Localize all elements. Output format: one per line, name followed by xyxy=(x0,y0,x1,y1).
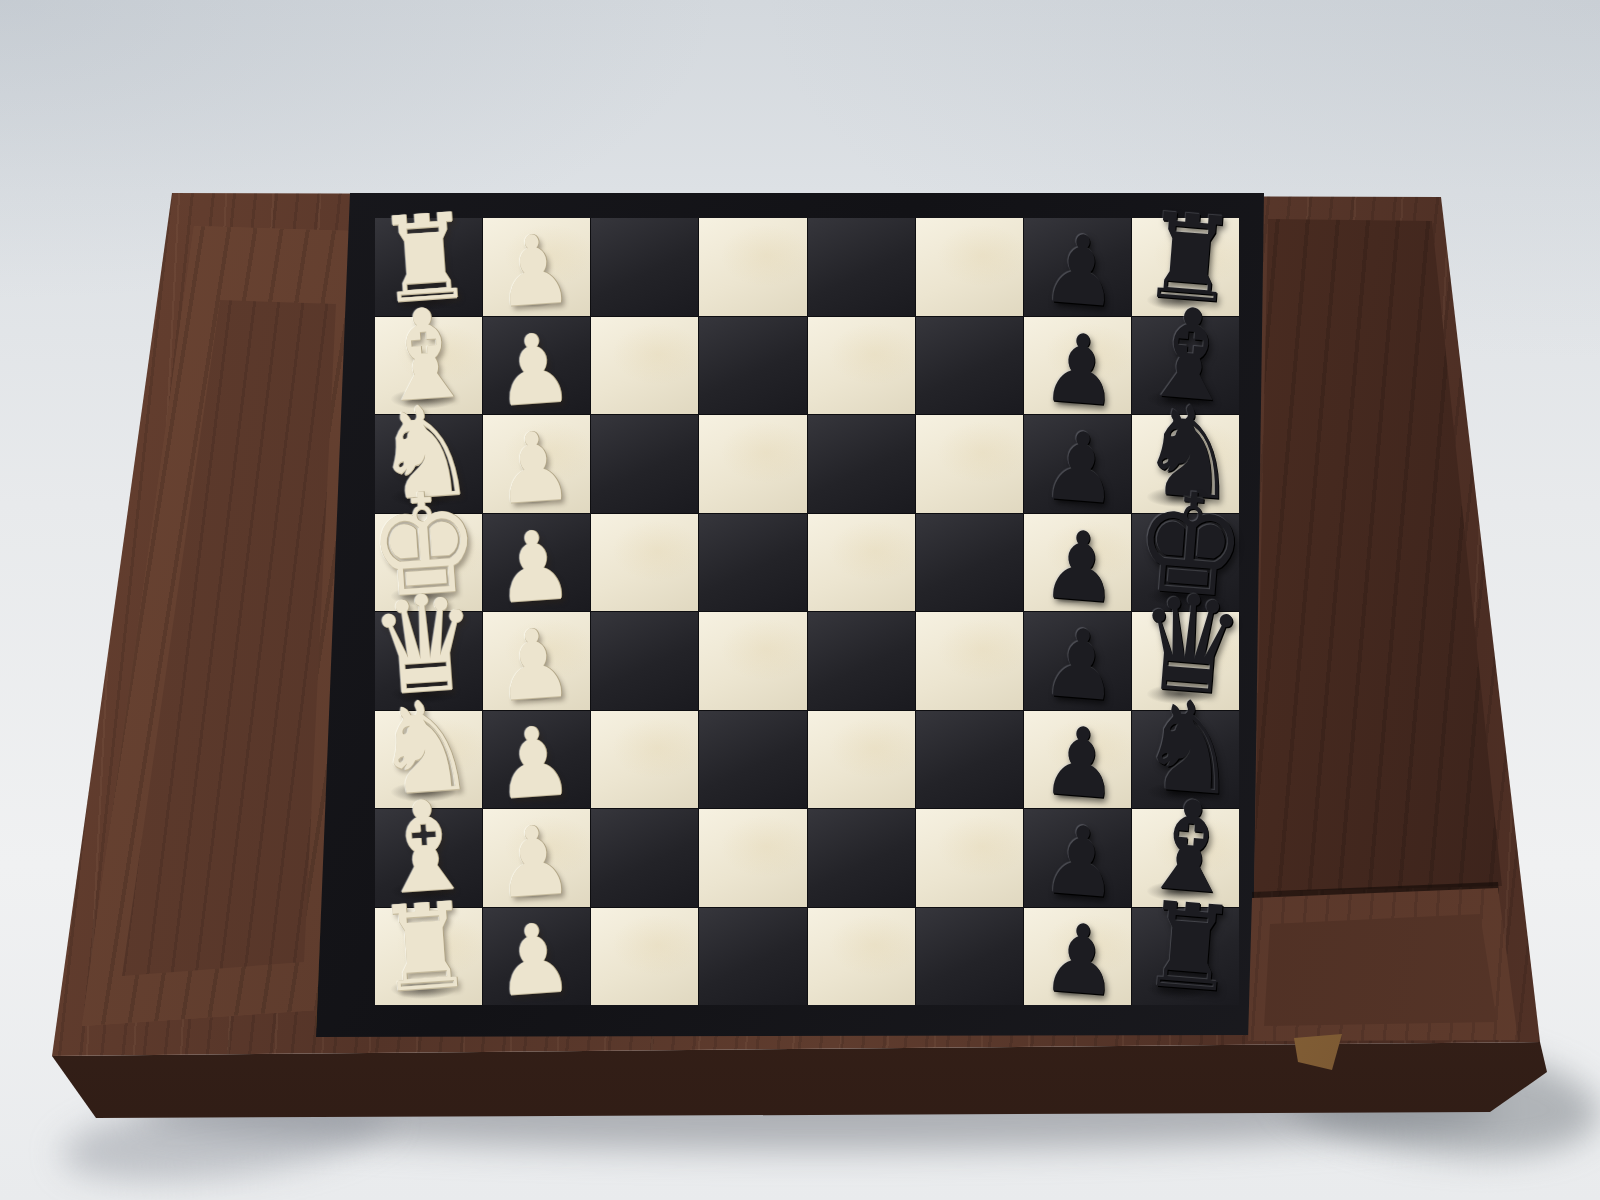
square-r6c5[interactable] xyxy=(808,711,915,809)
square-r8c1[interactable] xyxy=(375,908,482,1006)
square-r2c3[interactable] xyxy=(591,317,698,415)
square-r8c4[interactable] xyxy=(699,908,806,1006)
square-r3c4[interactable] xyxy=(699,415,806,513)
square-r8c5[interactable] xyxy=(808,908,915,1006)
square-r4c2[interactable] xyxy=(483,514,590,612)
square-r7c4[interactable] xyxy=(699,809,806,907)
square-r6c1[interactable] xyxy=(375,711,482,809)
square-r2c1[interactable] xyxy=(375,317,482,415)
square-r8c6[interactable] xyxy=(916,908,1023,1006)
square-r8c3[interactable] xyxy=(591,908,698,1006)
square-r8c7[interactable] xyxy=(1024,908,1131,1006)
square-r6c8[interactable] xyxy=(1132,711,1239,809)
square-r5c6[interactable] xyxy=(916,612,1023,710)
square-r7c6[interactable] xyxy=(916,809,1023,907)
square-r6c7[interactable] xyxy=(1024,711,1131,809)
square-r3c6[interactable] xyxy=(916,415,1023,513)
square-r4c8[interactable] xyxy=(1132,514,1239,612)
square-r5c1[interactable] xyxy=(375,612,482,710)
square-r4c6[interactable] xyxy=(916,514,1023,612)
square-r5c4[interactable] xyxy=(699,612,806,710)
square-r3c5[interactable] xyxy=(808,415,915,513)
square-r2c8[interactable] xyxy=(1132,317,1239,415)
square-r7c7[interactable] xyxy=(1024,809,1131,907)
square-r5c8[interactable] xyxy=(1132,612,1239,710)
square-r7c5[interactable] xyxy=(808,809,915,907)
square-r7c3[interactable] xyxy=(591,809,698,907)
photo-scene: ♜♟♟♜♝♟♟♝♞♟♟♞♚♟♟♚♛♟♟♛♞♟♟♞♝♟♟♝♜♟♟♜ xyxy=(0,0,1600,1200)
square-r3c8[interactable] xyxy=(1132,415,1239,513)
square-r7c2[interactable] xyxy=(483,809,590,907)
square-r3c2[interactable] xyxy=(483,415,590,513)
square-r1c7[interactable] xyxy=(1024,218,1131,316)
square-r1c1[interactable] xyxy=(375,218,482,316)
square-r4c4[interactable] xyxy=(699,514,806,612)
square-r6c2[interactable] xyxy=(483,711,590,809)
square-r1c6[interactable] xyxy=(916,218,1023,316)
square-r2c2[interactable] xyxy=(483,317,590,415)
square-r1c8[interactable] xyxy=(1132,218,1239,316)
square-r1c2[interactable] xyxy=(483,218,590,316)
square-r1c3[interactable] xyxy=(591,218,698,316)
square-r3c1[interactable] xyxy=(375,415,482,513)
square-r1c4[interactable] xyxy=(699,218,806,316)
square-r4c1[interactable] xyxy=(375,514,482,612)
square-r3c3[interactable] xyxy=(591,415,698,513)
square-r8c2[interactable] xyxy=(483,908,590,1006)
square-r4c3[interactable] xyxy=(591,514,698,612)
square-r2c7[interactable] xyxy=(1024,317,1131,415)
square-r4c5[interactable] xyxy=(808,514,915,612)
square-r1c5[interactable] xyxy=(808,218,915,316)
square-r2c6[interactable] xyxy=(916,317,1023,415)
square-r5c7[interactable] xyxy=(1024,612,1131,710)
square-r7c8[interactable] xyxy=(1132,809,1239,907)
square-r6c4[interactable] xyxy=(699,711,806,809)
square-r6c6[interactable] xyxy=(916,711,1023,809)
chessboard xyxy=(375,218,1239,1005)
square-r7c1[interactable] xyxy=(375,809,482,907)
square-r2c5[interactable] xyxy=(808,317,915,415)
square-r5c2[interactable] xyxy=(483,612,590,710)
square-r5c3[interactable] xyxy=(591,612,698,710)
square-r6c3[interactable] xyxy=(591,711,698,809)
square-r3c7[interactable] xyxy=(1024,415,1131,513)
square-r5c5[interactable] xyxy=(808,612,915,710)
square-r8c8[interactable] xyxy=(1132,908,1239,1006)
square-r4c7[interactable] xyxy=(1024,514,1131,612)
square-r2c4[interactable] xyxy=(699,317,806,415)
